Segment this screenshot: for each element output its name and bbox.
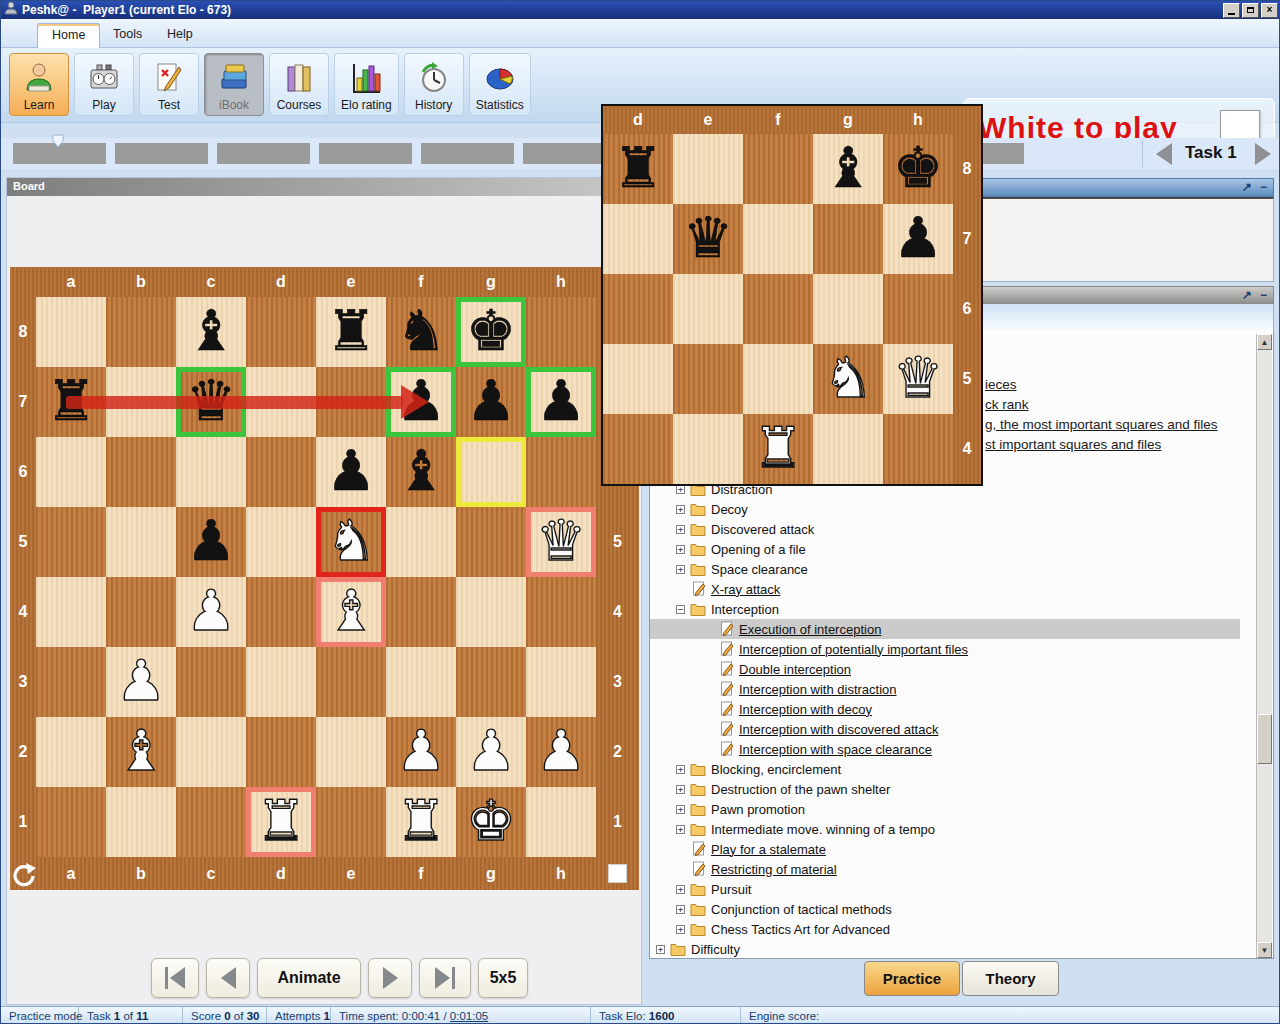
toolbar-button-label: Test (158, 98, 180, 112)
coordinate-label: a (36, 267, 106, 297)
coordinate-label: g (456, 267, 526, 297)
toolbar-button-test[interactable]: Test (139, 53, 199, 116)
coordinate-label: 3 (596, 647, 639, 717)
skip-start-icon (170, 967, 185, 989)
square-e2[interactable] (316, 717, 386, 787)
next-move-button[interactable] (368, 958, 412, 998)
expand-plus-icon[interactable]: + (676, 905, 685, 914)
tree-item-label: Pursuit (711, 882, 751, 897)
folder-icon (690, 803, 706, 816)
piece-white-p-g2: ♟ (456, 717, 526, 787)
coordinate-label: f (743, 106, 813, 134)
square-h2[interactable]: ♟ (526, 717, 596, 787)
document-pencil-icon (720, 641, 734, 657)
coordinate-label: 5 (10, 507, 36, 577)
expand-plus-icon[interactable]: + (676, 505, 685, 514)
tree-item-label: Opening of a file (711, 542, 806, 557)
tree-item-interception-with-discovered-attack[interactable]: Interception with discovered attack (650, 719, 1240, 739)
coordinate-label: g (456, 857, 526, 890)
progress-segment (319, 143, 412, 164)
tree-item-interception-with-distraction[interactable]: Interception with distraction (650, 679, 1240, 699)
folder-icon (690, 763, 706, 776)
next-task-button[interactable] (1250, 141, 1276, 166)
folder-icon (690, 523, 706, 536)
square-a1[interactable] (36, 787, 106, 857)
square-e8[interactable]: ♜ (316, 297, 386, 367)
books-icon (282, 59, 316, 97)
tree-item-conjunction-of-tactical-methods[interactable]: +Conjunction of tactical methods (650, 899, 1240, 919)
square-a2[interactable] (36, 717, 106, 787)
coordinate-label: h (526, 857, 596, 890)
toolbar-button-courses[interactable]: Courses (269, 53, 329, 116)
document-pencil-icon (692, 841, 706, 857)
board-side-to-move-square (608, 864, 627, 883)
square-d6[interactable] (246, 437, 316, 507)
folder-icon (690, 923, 706, 936)
progress-marker-icon (51, 134, 65, 152)
prev-task-button[interactable] (1151, 141, 1177, 166)
toolbar-button-statistics[interactable]: Statistics (469, 53, 531, 116)
square-d2[interactable] (246, 717, 316, 787)
coordinate-label: 6 (10, 437, 36, 507)
coordinate-label: 2 (10, 717, 36, 787)
coordinate-label: d (246, 267, 316, 297)
toolbar-button-label: Learn (24, 98, 55, 112)
coordinate-label: 4 (953, 414, 981, 484)
square-d7[interactable] (603, 204, 673, 274)
menu-bar: Home Tools Help (1, 19, 1280, 48)
piece-black-r-e8: ♜ (316, 297, 386, 367)
toolbar-button-ibook[interactable]: iBook (204, 53, 264, 116)
chess-board: ♝♜♞♚♜♛♟♟♟♟♝♟♞♛♟♝♟♝♟♟♟♜♜♚abcdefghabcdefgh… (10, 267, 639, 890)
practice-button[interactable]: Practice (864, 961, 960, 996)
close-button[interactable]: × (1261, 3, 1278, 18)
piece-white-b-b2: ♝ (106, 717, 176, 787)
coordinate-label: f (386, 267, 456, 297)
piece-white-r-f4: ♜ (743, 414, 813, 484)
restore-button[interactable] (1242, 3, 1259, 18)
square-c2[interactable] (176, 717, 246, 787)
toolbar-button-play[interactable]: Play (74, 53, 134, 116)
expand-plus-icon[interactable]: + (676, 885, 685, 894)
coordinate-label: e (316, 267, 386, 297)
expand-plus-icon[interactable]: + (676, 805, 685, 814)
tree-item-label: Intermediate move. winning of a tempo (711, 822, 935, 837)
coordinate-label: 8 (10, 297, 36, 367)
tree-item-label: Interception with decoy (739, 702, 872, 717)
expand-plus-icon[interactable]: + (676, 565, 685, 574)
square-f6[interactable] (743, 274, 813, 344)
square-c8[interactable]: ♝ (176, 297, 246, 367)
toolbar-button-label: History (415, 98, 452, 112)
square-g6[interactable] (456, 437, 526, 507)
square-b8[interactable] (106, 297, 176, 367)
square-d6[interactable] (603, 274, 673, 344)
tree-item-label: Execution of interception (739, 622, 881, 637)
tree-item-opening-of-a-file[interactable]: +Opening of a file (650, 539, 1240, 559)
tree-item-discovered-attack[interactable]: +Discovered attack (650, 519, 1240, 539)
square-b5[interactable] (106, 507, 176, 577)
square-b6[interactable] (106, 437, 176, 507)
tree-item-pursuit[interactable]: +Pursuit (650, 879, 1240, 899)
folder-icon (690, 503, 706, 516)
folder-icon (690, 883, 706, 896)
coordinate-label: e (673, 106, 743, 134)
tree-item-decoy[interactable]: +Decoy (650, 499, 1240, 519)
square-a3[interactable] (36, 647, 106, 717)
piece-white-b-e4: ♝ (316, 577, 386, 647)
first-move-button[interactable] (151, 958, 199, 998)
square-f5[interactable] (743, 344, 813, 414)
document-pencil-icon (720, 621, 734, 637)
square-g2[interactable]: ♟ (456, 717, 526, 787)
app-window: Peshk@ - Player1 (current Elo - 673) × H… (0, 0, 1280, 1024)
grid-5x5-button[interactable]: 5x5 (478, 958, 528, 998)
book-stack-icon (217, 59, 251, 97)
square-h6[interactable] (526, 437, 596, 507)
square-e4[interactable] (673, 414, 743, 484)
tree-item-label: Interception with space clearance (739, 742, 932, 757)
coordinate-label: 5 (596, 507, 639, 577)
tree-item-label: Blocking, encirclement (711, 762, 841, 777)
tree-item-label: X-ray attack (711, 582, 780, 597)
tree-item-execution-of-interception[interactable]: Execution of interception (650, 619, 1240, 639)
piece-black-b-f6: ♝ (386, 437, 456, 507)
piece-white-p-h2: ♟ (526, 717, 596, 787)
title-bar: Peshk@ - Player1 (current Elo - 673) × (1, 1, 1280, 19)
prev-move-button[interactable] (206, 958, 250, 998)
square-e3[interactable] (316, 647, 386, 717)
expand-plus-icon[interactable]: + (676, 785, 685, 794)
square-g1[interactable]: ♚ (456, 787, 526, 857)
scroll-up-icon[interactable]: ▲ (1257, 334, 1272, 350)
square-d4[interactable] (603, 414, 673, 484)
square-h6[interactable] (883, 274, 953, 344)
coordinate-label: h (526, 267, 596, 297)
coordinate-label: a (36, 857, 106, 890)
document-pencil-icon (692, 861, 706, 877)
progress-segment (217, 143, 310, 164)
square-h4[interactable] (526, 577, 596, 647)
toolbar-button-elo-rating[interactable]: Elo rating (334, 53, 399, 116)
pie-chart-icon (483, 59, 517, 97)
square-d4[interactable] (246, 577, 316, 647)
square-h5[interactable]: ♛ (883, 344, 953, 414)
toolbar-button-learn[interactable]: Learn (9, 53, 69, 116)
square-e5[interactable]: ♞ (316, 507, 386, 577)
expand-plus-icon[interactable]: + (676, 765, 685, 774)
square-h8[interactable] (526, 297, 596, 367)
progress-segment (115, 143, 208, 164)
tree-clipped-link[interactable]: st important squares and files (985, 437, 1161, 452)
coordinate-label: h (883, 106, 953, 134)
square-e1[interactable] (316, 787, 386, 857)
coordinate-label: 8 (953, 134, 981, 204)
tree-item-interception-of-potentially-important-files[interactable]: Interception of potentially important fi… (650, 639, 1240, 659)
move-arrow-head (401, 385, 429, 419)
coordinate-label: 5 (953, 344, 981, 414)
tree-clipped-link[interactable]: ck rank (985, 397, 1029, 412)
piece-black-k-h8: ♚ (883, 134, 953, 204)
square-g4[interactable] (813, 414, 883, 484)
tab-tools[interactable]: Tools (99, 23, 156, 48)
tree-item-label: Pawn promotion (711, 802, 805, 817)
square-f3[interactable] (386, 647, 456, 717)
coordinate-label: c (176, 857, 246, 890)
coordinate-label: 1 (596, 787, 639, 857)
clock-icon (417, 59, 451, 97)
square-c4[interactable]: ♟ (176, 577, 246, 647)
document-pencil-icon (692, 581, 706, 597)
square-f4[interactable]: ♜ (743, 414, 813, 484)
tree-item-play-for-a-stalemate[interactable]: Play for a stalemate (650, 839, 1240, 859)
square-d8[interactable]: ♜ (603, 134, 673, 204)
square-f8[interactable] (743, 134, 813, 204)
piece-white-q-h5: ♛ (526, 507, 596, 577)
status-segment: Task 1 of 11 (79, 1007, 183, 1024)
flip-board-icon[interactable] (11, 862, 37, 892)
zoomed-board-popup: ♜♝♚♛♟♞♛♜defgh87654 (601, 104, 983, 486)
square-g3[interactable] (456, 647, 526, 717)
tree-item-label: Play for a stalemate (711, 842, 826, 857)
task-number-label: Task 1 (1185, 143, 1237, 163)
piece-black-q-e7: ♛ (673, 204, 743, 274)
collapse-icon[interactable]: − (1260, 180, 1267, 194)
collapse-icon[interactable]: − (1260, 288, 1267, 302)
tree-clipped-link[interactable]: ieces (985, 377, 1017, 392)
tree-item-interception-with-decoy[interactable]: Interception with decoy (650, 699, 1240, 719)
collapse-minus-icon[interactable]: − (676, 605, 685, 614)
square-e6[interactable] (673, 274, 743, 344)
piece-black-p-e6: ♟ (316, 437, 386, 507)
square-d5[interactable] (603, 344, 673, 414)
square-d8[interactable] (246, 297, 316, 367)
piece-black-r-d8: ♜ (603, 134, 673, 204)
square-e5[interactable] (673, 344, 743, 414)
square-c1[interactable] (176, 787, 246, 857)
piece-white-n-e5: ♞ (316, 507, 386, 577)
square-g4[interactable] (456, 577, 526, 647)
expand-plus-icon[interactable]: + (676, 525, 685, 534)
square-g6[interactable] (813, 274, 883, 344)
tree-item-difficulty[interactable]: +Difficulty (650, 939, 1240, 959)
tree-item-label: Conjunction of tactical methods (711, 902, 892, 917)
coordinate-label: e (316, 857, 386, 890)
coordinate-label: 6 (953, 274, 981, 344)
toolbar-button-label: Play (92, 98, 115, 112)
square-f6[interactable]: ♝ (386, 437, 456, 507)
coordinate-label: 7 (10, 367, 36, 437)
folder-icon (690, 603, 706, 616)
toolbar-button-label: Statistics (476, 98, 524, 112)
tab-help[interactable]: Help (153, 23, 207, 48)
document-pencil-icon (720, 701, 734, 717)
square-d3[interactable] (246, 647, 316, 717)
square-h4[interactable] (883, 414, 953, 484)
tree-item-restricting-of-material[interactable]: Restricting of material (650, 859, 1240, 879)
coordinate-label: 3 (10, 647, 36, 717)
piece-black-p-h7: ♟ (883, 204, 953, 274)
square-h1[interactable] (526, 787, 596, 857)
status-segment: Engine score: (741, 1007, 1280, 1024)
piece-white-q-h5: ♛ (883, 344, 953, 414)
square-c6[interactable] (176, 437, 246, 507)
piece-white-n-g5: ♞ (813, 344, 883, 414)
square-g8[interactable]: ♝ (813, 134, 883, 204)
expand-plus-icon[interactable]: + (676, 925, 685, 934)
piece-black-b-g8: ♝ (813, 134, 883, 204)
status-segment: Task Elo: 1600 (591, 1007, 741, 1024)
document-pencil-icon (720, 661, 734, 677)
tree-item-chess-tactics-art-for-advanced[interactable]: +Chess Tactics Art for Advanced (650, 919, 1240, 939)
square-b4[interactable] (106, 577, 176, 647)
piece-black-p-g7: ♟ (456, 367, 526, 437)
tree-item-x-ray-attack[interactable]: X-ray attack (650, 579, 1240, 599)
square-e7[interactable]: ♛ (673, 204, 743, 274)
tree-item-space-clearance[interactable]: +Space clearance (650, 559, 1240, 579)
coordinate-label: f (386, 857, 456, 890)
square-g8[interactable]: ♚ (456, 297, 526, 367)
tree-item-destruction-of-the-pawn-shelter[interactable]: +Destruction of the pawn shelter (650, 779, 1240, 799)
theory-button[interactable]: Theory (962, 961, 1059, 996)
piece-white-r-d1: ♜ (246, 787, 316, 857)
square-f7[interactable] (743, 204, 813, 274)
tree-item-label: Restricting of material (711, 862, 837, 877)
status-segment: Score 0 of 30 (183, 1007, 267, 1024)
tree-item-label: Chess Tactics Art for Advanced (711, 922, 890, 937)
piece-white-k-g1: ♚ (456, 787, 526, 857)
piece-black-b-c8: ♝ (176, 297, 246, 367)
square-a6[interactable] (36, 437, 106, 507)
tree-item-label: Difficulty (691, 942, 740, 957)
tree-scrollbar[interactable]: ▲ ▼ (1256, 334, 1272, 958)
status-segment: Attempts 1 (267, 1007, 331, 1024)
folder-icon (690, 823, 706, 836)
tree-item-interception[interactable]: −Interception (650, 599, 1240, 619)
square-a4[interactable] (36, 577, 106, 647)
piece-white-p-c4: ♟ (176, 577, 246, 647)
square-g5[interactable]: ♞ (813, 344, 883, 414)
tree-item-intermediate-move-winning-of-a-tempo[interactable]: +Intermediate move. winning of a tempo (650, 819, 1240, 839)
square-d1[interactable]: ♜ (246, 787, 316, 857)
folder-icon (690, 783, 706, 796)
square-e8[interactable] (673, 134, 743, 204)
square-f4[interactable] (386, 577, 456, 647)
piece-white-p-f2: ♟ (386, 717, 456, 787)
window-title: Peshk@ - Player1 (current Elo - 673) (22, 3, 1223, 17)
bar-chart-icon (349, 59, 383, 97)
square-h7[interactable]: ♟ (526, 367, 596, 437)
scroll-thumb[interactable] (1257, 714, 1272, 764)
app-icon (4, 1, 18, 19)
square-f1[interactable]: ♜ (386, 787, 456, 857)
piece-black-p-c5: ♟ (176, 507, 246, 577)
toolbar-button-history[interactable]: History (404, 53, 464, 116)
square-a8[interactable] (36, 297, 106, 367)
square-e6[interactable]: ♟ (316, 437, 386, 507)
expand-plus-icon[interactable]: + (656, 945, 665, 954)
scroll-down-icon[interactable]: ▼ (1257, 942, 1272, 958)
square-h3[interactable] (526, 647, 596, 717)
status-segment: Practice mode (1, 1007, 79, 1024)
tree-item-double-interception[interactable]: Double interception (650, 659, 1240, 679)
coordinate-label: 7 (953, 204, 981, 274)
last-move-button[interactable] (419, 958, 471, 998)
square-g7[interactable] (813, 204, 883, 274)
status-segment: Time spent: 0:00:41 / 0:01:05 (331, 1007, 591, 1024)
coordinate-label: g (813, 106, 883, 134)
chess-clock-icon (87, 59, 121, 97)
square-a5[interactable] (36, 507, 106, 577)
coordinate-label: 4 (596, 577, 639, 647)
undock-icon[interactable]: ↗ (1242, 180, 1252, 194)
piece-black-k-g8: ♚ (456, 297, 526, 367)
square-c5[interactable]: ♟ (176, 507, 246, 577)
square-b1[interactable] (106, 787, 176, 857)
square-g7[interactable]: ♟ (456, 367, 526, 437)
square-g5[interactable] (456, 507, 526, 577)
expand-plus-icon[interactable]: + (676, 545, 685, 554)
toolbar-button-label: Courses (277, 98, 322, 112)
move-arrow (66, 396, 403, 409)
board-panel-header: Board (7, 178, 641, 196)
status-bar: Practice modeTask 1 of 11Score 0 of 30At… (1, 1006, 1280, 1024)
tree-item-label: Interception (711, 602, 779, 617)
square-f5[interactable] (386, 507, 456, 577)
coordinate-label: b (106, 857, 176, 890)
square-e4[interactable]: ♝ (316, 577, 386, 647)
square-d5[interactable] (246, 507, 316, 577)
next-icon (383, 967, 398, 989)
tree-item-label: Destruction of the pawn shelter (711, 782, 890, 797)
test-sheet-icon (152, 59, 186, 97)
tree-item-pawn-promotion[interactable]: +Pawn promotion (650, 799, 1240, 819)
coordinate-label: d (246, 857, 316, 890)
tree-item-interception-with-space-clearance[interactable]: Interception with space clearance (650, 739, 1240, 759)
minimize-button[interactable] (1223, 3, 1240, 18)
square-h7[interactable]: ♟ (883, 204, 953, 274)
square-b3[interactable]: ♟ (106, 647, 176, 717)
tree-item-blocking-encirclement[interactable]: +Blocking, encirclement (650, 759, 1240, 779)
coordinate-label: 2 (596, 717, 639, 787)
tree-item-label: Interception of potentially important fi… (739, 642, 968, 657)
folder-icon (690, 903, 706, 916)
square-h8[interactable]: ♚ (883, 134, 953, 204)
animate-button[interactable]: Animate (257, 958, 361, 998)
tree-item-label: Discovered attack (711, 522, 814, 537)
square-b2[interactable]: ♝ (106, 717, 176, 787)
toolbar-button-label: Elo rating (341, 98, 392, 112)
tab-home[interactable]: Home (37, 23, 100, 48)
coordinate-label: d (603, 106, 673, 134)
coordinate-label: 1 (10, 787, 36, 857)
square-h5[interactable]: ♛ (526, 507, 596, 577)
coordinate-label: b (106, 267, 176, 297)
square-f2[interactable]: ♟ (386, 717, 456, 787)
square-c3[interactable] (176, 647, 246, 717)
piece-white-r-f1: ♜ (386, 787, 456, 857)
tree-item-label: Interception with discovered attack (739, 722, 938, 737)
skip-end-icon (435, 967, 450, 989)
tree-clipped-link[interactable]: g, the most important squares and files (985, 417, 1218, 432)
document-pencil-icon (720, 681, 734, 697)
folder-icon (670, 943, 686, 956)
tree-item-label: Interception with distraction (739, 682, 897, 697)
expand-plus-icon[interactable]: + (676, 825, 685, 834)
square-f8[interactable]: ♞ (386, 297, 456, 367)
piece-black-n-f8: ♞ (386, 297, 456, 367)
undock-icon[interactable]: ↗ (1242, 288, 1252, 302)
